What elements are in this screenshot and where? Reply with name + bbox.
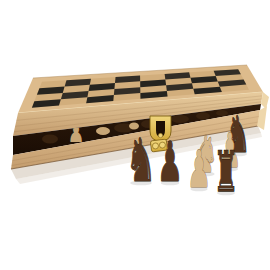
black-pawn: ♟ bbox=[157, 130, 183, 194]
black-knight-left: ♞ bbox=[126, 126, 156, 195]
black-rook: ♜ bbox=[213, 139, 238, 204]
chess-box-scene: ♟♞♟♞♞♟♟♜ bbox=[0, 0, 270, 270]
chess-set-product-photo: ♟♞♟♞♞♟♟♜ bbox=[0, 0, 270, 270]
stored-dark-4 bbox=[171, 115, 189, 123]
stored-light-2 bbox=[96, 127, 110, 135]
stored-dark-1 bbox=[42, 135, 58, 144]
white-pawn-center: ♟ bbox=[187, 139, 211, 199]
stored-dark-5 bbox=[196, 113, 210, 120]
